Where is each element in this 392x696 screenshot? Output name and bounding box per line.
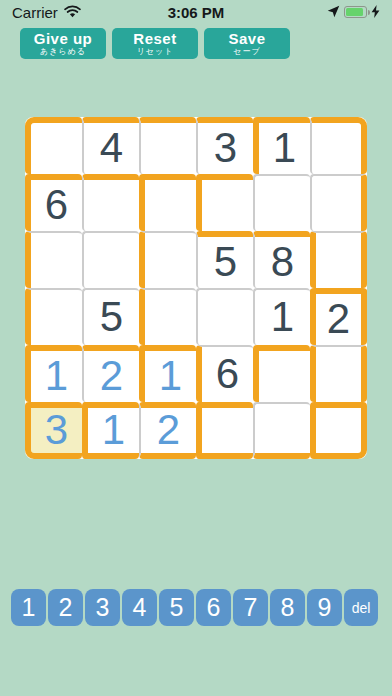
carrier-label: Carrier — [12, 4, 58, 21]
cell-r1c4[interactable]: 3 — [196, 117, 253, 174]
given-digit: 1 — [273, 127, 296, 169]
battery-icon — [344, 6, 367, 18]
given-digit: 3 — [214, 127, 237, 169]
given-digit: 6 — [45, 184, 68, 226]
cell-r5c1[interactable]: 1 — [25, 345, 82, 402]
given-digit: 6 — [216, 353, 239, 395]
cell-r6c1[interactable]: 3 — [25, 402, 82, 459]
cell-r2c1[interactable]: 6 — [25, 174, 82, 231]
cell-r2c6[interactable] — [310, 174, 367, 231]
given-digit: 8 — [271, 241, 294, 283]
cell-r2c3[interactable] — [139, 174, 196, 231]
digit-key-9[interactable]: 9 — [307, 589, 342, 626]
toolbar: Give up あきらめる Reset リセット Save セーブ — [20, 28, 290, 59]
cell-r5c5[interactable] — [253, 345, 310, 402]
user-digit: 2 — [157, 409, 180, 451]
cell-r4c5[interactable]: 1 — [253, 288, 310, 345]
given-digit: 1 — [271, 296, 294, 338]
cell-r3c6[interactable] — [310, 231, 367, 288]
cell-r5c4[interactable]: 6 — [196, 345, 253, 402]
cell-r5c2[interactable]: 2 — [82, 345, 139, 402]
given-digit: 2 — [327, 298, 350, 340]
status-bar: Carrier 3:06 PM — [0, 0, 392, 24]
digit-key-7[interactable]: 7 — [233, 589, 268, 626]
given-digit: 5 — [100, 296, 123, 338]
cell-r1c2[interactable]: 4 — [82, 117, 139, 174]
cell-r5c3[interactable]: 1 — [139, 345, 196, 402]
cell-r4c1[interactable] — [25, 288, 82, 345]
cell-r6c2[interactable]: 1 — [82, 402, 139, 459]
cell-r1c6[interactable] — [310, 117, 367, 174]
digit-key-5[interactable]: 5 — [159, 589, 194, 626]
number-keypad: 123456789del — [11, 589, 378, 626]
user-digit: 3 — [45, 409, 68, 451]
cell-r4c2[interactable]: 5 — [82, 288, 139, 345]
delete-key[interactable]: del — [344, 589, 378, 626]
cell-r4c6[interactable]: 2 — [310, 288, 367, 345]
cell-r3c2[interactable] — [82, 231, 139, 288]
cell-r2c4[interactable] — [196, 174, 253, 231]
digit-key-1[interactable]: 1 — [11, 589, 46, 626]
given-digit: 5 — [214, 241, 237, 283]
reset-button[interactable]: Reset リセット — [112, 28, 198, 59]
app-screen: Carrier 3:06 PM — [0, 0, 392, 696]
cell-r1c5[interactable]: 1 — [253, 117, 310, 174]
location-arrow-icon — [327, 4, 340, 21]
digit-key-3[interactable]: 3 — [85, 589, 120, 626]
cell-r3c1[interactable] — [25, 231, 82, 288]
give-up-button[interactable]: Give up あきらめる — [20, 28, 106, 59]
cell-r5c6[interactable] — [310, 345, 367, 402]
wifi-icon — [64, 4, 81, 21]
given-digit: 4 — [100, 127, 123, 169]
cell-r1c3[interactable] — [139, 117, 196, 174]
cell-r1c1[interactable] — [25, 117, 82, 174]
cell-r6c3[interactable]: 2 — [139, 402, 196, 459]
user-digit: 1 — [102, 409, 125, 451]
digit-key-4[interactable]: 4 — [122, 589, 157, 626]
cell-r4c3[interactable] — [139, 288, 196, 345]
cell-r2c2[interactable] — [82, 174, 139, 231]
user-digit: 1 — [45, 355, 68, 397]
cell-r2c5[interactable] — [253, 174, 310, 231]
puzzle-board: 4316585121216312 — [25, 117, 367, 459]
user-digit: 2 — [100, 355, 123, 397]
cell-r6c6[interactable] — [310, 402, 367, 459]
digit-key-8[interactable]: 8 — [270, 589, 305, 626]
digit-key-2[interactable]: 2 — [48, 589, 83, 626]
save-button[interactable]: Save セーブ — [204, 28, 290, 59]
cell-r3c3[interactable] — [139, 231, 196, 288]
cell-r4c4[interactable] — [196, 288, 253, 345]
cell-r3c4[interactable]: 5 — [196, 231, 253, 288]
charging-bolt-icon — [371, 4, 380, 21]
cell-r6c5[interactable] — [253, 402, 310, 459]
user-digit: 1 — [159, 355, 182, 397]
cell-r6c4[interactable] — [196, 402, 253, 459]
cell-r3c5[interactable]: 8 — [253, 231, 310, 288]
digit-key-6[interactable]: 6 — [196, 589, 231, 626]
